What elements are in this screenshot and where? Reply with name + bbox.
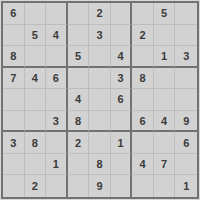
cell-r9c6[interactable] xyxy=(111,175,133,197)
cell-r5c8[interactable] xyxy=(154,89,176,111)
cell-r1c7[interactable] xyxy=(132,3,154,25)
sudoku-frame: 625543285413746384638649382161847291 xyxy=(0,0,200,200)
cell-r3c2[interactable] xyxy=(25,46,47,68)
cell-r7c6[interactable]: 1 xyxy=(111,132,133,154)
cell-r1c3[interactable] xyxy=(46,3,68,25)
cell-r5c5[interactable] xyxy=(89,89,111,111)
cell-r8c3[interactable]: 1 xyxy=(46,154,68,176)
cell-r1c9[interactable] xyxy=(175,3,197,25)
cell-r1c4[interactable] xyxy=(68,3,90,25)
cell-r2c9[interactable] xyxy=(175,25,197,47)
cell-r3c5[interactable] xyxy=(89,46,111,68)
cell-r5c7[interactable] xyxy=(132,89,154,111)
cell-r7c7[interactable] xyxy=(132,132,154,154)
cell-r6c6[interactable] xyxy=(111,111,133,133)
cell-r2c8[interactable] xyxy=(154,25,176,47)
cell-r3c6[interactable]: 4 xyxy=(111,46,133,68)
cell-r4c2[interactable]: 4 xyxy=(25,68,47,90)
cell-r9c1[interactable] xyxy=(3,175,25,197)
cell-r7c9[interactable]: 6 xyxy=(175,132,197,154)
cell-r6c9[interactable]: 9 xyxy=(175,111,197,133)
cell-r7c5[interactable] xyxy=(89,132,111,154)
cell-r9c8[interactable] xyxy=(154,175,176,197)
cell-r5c4[interactable]: 4 xyxy=(68,89,90,111)
cell-r6c5[interactable] xyxy=(89,111,111,133)
cell-r2c5[interactable]: 3 xyxy=(89,25,111,47)
cell-r8c8[interactable]: 7 xyxy=(154,154,176,176)
cell-r8c1[interactable] xyxy=(3,154,25,176)
cell-r6c1[interactable] xyxy=(3,111,25,133)
cell-r2c6[interactable] xyxy=(111,25,133,47)
cell-r8c7[interactable]: 4 xyxy=(132,154,154,176)
cell-r6c2[interactable] xyxy=(25,111,47,133)
cell-r2c1[interactable] xyxy=(3,25,25,47)
cell-r7c3[interactable] xyxy=(46,132,68,154)
cell-r4c3[interactable]: 6 xyxy=(46,68,68,90)
cell-r1c8[interactable]: 5 xyxy=(154,3,176,25)
cell-r4c7[interactable]: 8 xyxy=(132,68,154,90)
cell-r6c4[interactable]: 8 xyxy=(68,111,90,133)
cell-r3c9[interactable]: 3 xyxy=(175,46,197,68)
cell-r4c8[interactable] xyxy=(154,68,176,90)
cell-r9c7[interactable] xyxy=(132,175,154,197)
sudoku-board: 625543285413746384638649382161847291 xyxy=(3,3,197,197)
cell-r6c3[interactable]: 3 xyxy=(46,111,68,133)
cell-r6c7[interactable]: 6 xyxy=(132,111,154,133)
cell-r8c5[interactable]: 8 xyxy=(89,154,111,176)
cell-r9c5[interactable]: 9 xyxy=(89,175,111,197)
cell-r3c8[interactable]: 1 xyxy=(154,46,176,68)
cell-r6c8[interactable]: 4 xyxy=(154,111,176,133)
cell-r2c3[interactable]: 4 xyxy=(46,25,68,47)
cell-r5c2[interactable] xyxy=(25,89,47,111)
cell-r1c5[interactable]: 2 xyxy=(89,3,111,25)
cell-r5c3[interactable] xyxy=(46,89,68,111)
cell-r8c2[interactable] xyxy=(25,154,47,176)
cell-r8c6[interactable] xyxy=(111,154,133,176)
cell-r5c6[interactable]: 6 xyxy=(111,89,133,111)
cell-r3c7[interactable] xyxy=(132,46,154,68)
cell-r1c1[interactable]: 6 xyxy=(3,3,25,25)
cell-r3c4[interactable]: 5 xyxy=(68,46,90,68)
cell-r5c9[interactable] xyxy=(175,89,197,111)
cell-r4c1[interactable]: 7 xyxy=(3,68,25,90)
cell-r3c3[interactable] xyxy=(46,46,68,68)
cell-r4c9[interactable] xyxy=(175,68,197,90)
cell-r7c1[interactable]: 3 xyxy=(3,132,25,154)
cell-r1c6[interactable] xyxy=(111,3,133,25)
cell-r4c6[interactable]: 3 xyxy=(111,68,133,90)
cell-r7c4[interactable]: 2 xyxy=(68,132,90,154)
cell-r2c7[interactable]: 2 xyxy=(132,25,154,47)
cell-r1c2[interactable] xyxy=(25,3,47,25)
cell-r7c2[interactable]: 8 xyxy=(25,132,47,154)
cell-r8c4[interactable] xyxy=(68,154,90,176)
cell-r2c2[interactable]: 5 xyxy=(25,25,47,47)
cell-r9c9[interactable]: 1 xyxy=(175,175,197,197)
cell-r9c2[interactable]: 2 xyxy=(25,175,47,197)
cell-r7c8[interactable] xyxy=(154,132,176,154)
cell-r3c1[interactable]: 8 xyxy=(3,46,25,68)
cell-r2c4[interactable] xyxy=(68,25,90,47)
cell-r9c4[interactable] xyxy=(68,175,90,197)
cell-r9c3[interactable] xyxy=(46,175,68,197)
cell-r4c4[interactable] xyxy=(68,68,90,90)
cell-r4c5[interactable] xyxy=(89,68,111,90)
cell-r5c1[interactable] xyxy=(3,89,25,111)
cell-r8c9[interactable] xyxy=(175,154,197,176)
